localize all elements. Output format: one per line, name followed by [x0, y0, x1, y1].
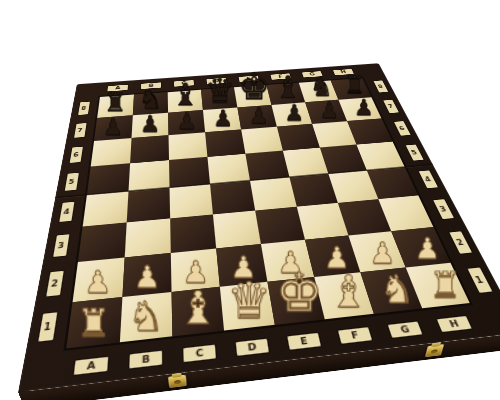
- square-a4[interactable]: [83, 191, 129, 226]
- coord-label-8: 8: [373, 80, 388, 92]
- coord-label-b: B: [129, 350, 162, 368]
- square-e4[interactable]: [250, 177, 297, 210]
- piece-black-rook-a8[interactable]: ♜: [104, 90, 127, 115]
- piece-black-pawn-g7[interactable]: ♟: [319, 99, 339, 121]
- piece-black-pawn-f7[interactable]: ♟: [284, 102, 304, 124]
- coord-label-7: 7: [74, 123, 86, 138]
- square-b1[interactable]: ♞: [120, 292, 173, 342]
- square-a3[interactable]: [78, 222, 127, 262]
- square-b7[interactable]: ♟: [132, 113, 169, 138]
- coord-label-5: 5: [64, 173, 78, 191]
- coord-label-1: 1: [467, 268, 492, 293]
- coord-label-e: E: [287, 332, 321, 349]
- product-photo-scene: ABCDEFGH ABCDEFGH 87654321 87654321 ♜♞♝♛…: [0, 0, 500, 400]
- piece-white-queen-d1[interactable]: ♛: [227, 276, 272, 326]
- coord-label-f: F: [338, 327, 372, 343]
- square-d3[interactable]: [213, 211, 261, 249]
- piece-white-pawn-b2[interactable]: ♟: [134, 262, 161, 292]
- square-c6[interactable]: [169, 132, 208, 160]
- square-b4[interactable]: [127, 188, 170, 223]
- square-a6[interactable]: [91, 138, 132, 166]
- square-c1[interactable]: ♝: [172, 287, 225, 336]
- coord-label-2: 2: [46, 271, 64, 297]
- board-rim: ABCDEFGH ABCDEFGH 87654321 87654321 ♜♞♝♛…: [18, 63, 500, 392]
- piece-black-knight-g8[interactable]: ♞: [310, 74, 334, 100]
- square-e6[interactable]: [241, 127, 283, 154]
- piece-black-pawn-c7[interactable]: ♟: [177, 110, 197, 133]
- coord-label-1: 1: [38, 312, 57, 341]
- square-a1[interactable]: ♜: [66, 297, 122, 348]
- square-h7[interactable]: ♟: [338, 97, 381, 121]
- piece-black-bishop-c8[interactable]: ♝: [172, 80, 199, 110]
- piece-white-bishop-f1[interactable]: ♝: [329, 270, 368, 314]
- brass-clasp-right: [425, 344, 444, 357]
- piece-white-pawn-g2[interactable]: ♟: [369, 239, 395, 268]
- chess-board: ABCDEFGH ABCDEFGH 87654321 87654321 ♜♞♝♛…: [18, 63, 500, 392]
- square-h3[interactable]: [378, 195, 433, 231]
- square-d7[interactable]: ♟: [203, 107, 241, 132]
- square-b3[interactable]: [125, 218, 171, 257]
- coord-label-6: 6: [69, 147, 82, 163]
- coord-label-7: 7: [383, 100, 399, 113]
- square-e1[interactable]: ♚: [267, 277, 324, 325]
- coord-label-6: 6: [394, 121, 411, 136]
- piece-white-knight-b1[interactable]: ♞: [128, 297, 164, 337]
- coord-label-g: G: [388, 321, 422, 337]
- piece-black-pawn-b7[interactable]: ♟: [140, 113, 161, 136]
- piece-white-bishop-c1[interactable]: ♝: [178, 286, 218, 331]
- piece-black-pawn-d7[interactable]: ♟: [213, 107, 233, 130]
- coord-label-8: 8: [78, 102, 90, 115]
- square-a2[interactable]: ♟: [73, 257, 125, 302]
- square-c4[interactable]: [170, 184, 213, 218]
- square-c7[interactable]: ♟: [168, 110, 205, 135]
- square-d1[interactable]: ♛: [220, 282, 275, 331]
- square-b2[interactable]: ♟: [122, 253, 171, 297]
- coord-label-4: 4: [418, 170, 437, 188]
- piece-white-knight-g1[interactable]: ♞: [380, 270, 415, 309]
- square-a7[interactable]: ♟: [94, 115, 133, 141]
- square-b6[interactable]: [130, 135, 169, 163]
- brass-clasp-left: [168, 375, 187, 388]
- piece-white-rook-h1[interactable]: ♜: [429, 268, 461, 304]
- piece-white-rook-a1[interactable]: ♜: [76, 305, 110, 343]
- square-d6[interactable]: [205, 129, 245, 156]
- board-grid: ♜♞♝♛♚♝♞♜♟♟♟♟♟♟♟♟♟♟♟♟♟♟♟♟♜♞♝♛♚♝♞♜: [66, 78, 469, 348]
- piece-white-pawn-a2[interactable]: ♟: [84, 267, 111, 298]
- piece-white-pawn-h2[interactable]: ♟: [414, 234, 440, 263]
- piece-black-pawn-h7[interactable]: ♟: [354, 97, 374, 119]
- square-d4[interactable]: [210, 181, 255, 215]
- coord-label-5: 5: [405, 145, 423, 161]
- piece-white-king-e1[interactable]: ♚: [276, 267, 324, 320]
- coord-label-2: 2: [449, 231, 472, 253]
- coord-label-a: A: [74, 356, 108, 374]
- coord-label-3: 3: [433, 199, 454, 219]
- coord-label-c: C: [183, 344, 216, 361]
- square-g3[interactable]: [338, 199, 391, 235]
- coord-label-d: D: [236, 338, 269, 355]
- coord-label-3: 3: [53, 234, 69, 257]
- square-c3[interactable]: [170, 214, 216, 252]
- piece-black-king-e8[interactable]: ♚: [238, 69, 270, 105]
- coord-label-4: 4: [59, 202, 74, 222]
- piece-black-pawn-a7[interactable]: ♟: [103, 115, 124, 138]
- square-h1[interactable]: ♜: [406, 263, 470, 309]
- piece-black-queen-d8[interactable]: ♛: [205, 74, 235, 108]
- coord-label-h: H: [437, 315, 472, 331]
- square-g4[interactable]: [328, 170, 378, 202]
- piece-black-pawn-e7[interactable]: ♟: [249, 104, 269, 126]
- square-e7[interactable]: ♟: [237, 105, 276, 130]
- piece-black-bishop-f8[interactable]: ♝: [275, 73, 302, 103]
- piece-black-knight-b8[interactable]: ♞: [138, 86, 162, 113]
